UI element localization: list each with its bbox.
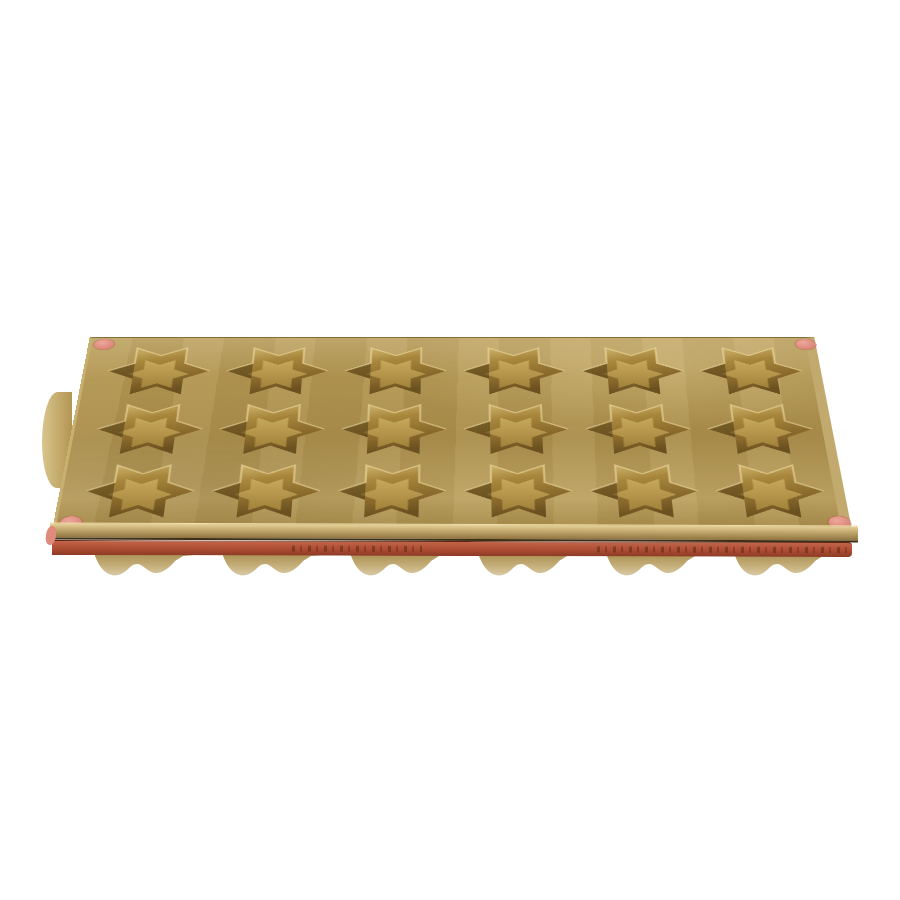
star-cavity (696, 397, 826, 462)
star-cavity (576, 397, 702, 462)
star-underside-bump (346, 553, 450, 579)
star-cavity (580, 457, 711, 527)
star-cavity (456, 341, 575, 403)
star-cavity (72, 457, 207, 527)
red-silicone-frame (52, 540, 852, 557)
star-underside-bump (602, 553, 706, 579)
product-photo-star-mold (0, 0, 900, 900)
star-cavity (704, 457, 839, 527)
star-cavity (456, 457, 582, 527)
embossed-marks (292, 546, 422, 552)
star-cavity (336, 341, 454, 403)
star-cavity (572, 341, 694, 403)
star-cavity (689, 341, 815, 403)
star-underside-bump (90, 553, 194, 579)
star-cavity (200, 457, 330, 527)
star-underside-bump (218, 553, 322, 579)
star-cavity (328, 457, 454, 527)
star-underside-bump (474, 553, 578, 579)
star-cavity (84, 397, 214, 462)
embossed-marks (597, 546, 847, 553)
star-cavity (95, 341, 221, 403)
star-cavity (456, 397, 578, 462)
star-cavity (215, 341, 337, 403)
star-cavity (332, 397, 454, 462)
mold-top-surface (52, 337, 851, 528)
star-cavity (208, 397, 334, 462)
